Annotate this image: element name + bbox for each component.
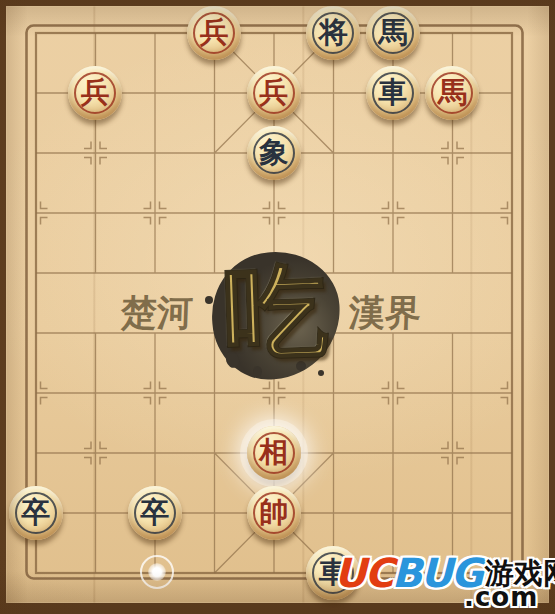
- piece-black-chariot[interactable]: 車: [366, 66, 420, 120]
- xiangqi-game-screen: 楚河 漢界 吃 兵将馬兵兵車馬象相卒卒帥車 UCBUG游戏网 .com: [0, 0, 555, 614]
- logo-com: .com: [464, 584, 538, 610]
- piece-black-horse[interactable]: 馬: [366, 6, 420, 60]
- piece-red-horse[interactable]: 馬: [425, 66, 479, 120]
- piece-glyph: 象: [259, 138, 288, 167]
- logo-uc: UC: [334, 550, 392, 596]
- piece-glyph: 将: [319, 18, 348, 47]
- piece-glyph: 兵: [200, 18, 229, 47]
- piece-red-soldier[interactable]: 兵: [187, 6, 241, 60]
- piece-glyph: 卒: [140, 498, 169, 527]
- pieces-grid: 兵将馬兵兵車馬象相卒卒帥車: [6, 3, 542, 603]
- piece-black-soldier[interactable]: 卒: [128, 486, 182, 540]
- piece-red-soldier[interactable]: 兵: [68, 66, 122, 120]
- piece-black-elephant[interactable]: 象: [247, 126, 301, 180]
- piece-black-soldier[interactable]: 卒: [9, 486, 63, 540]
- piece-glyph: 馬: [438, 78, 467, 107]
- piece-glyph: 卒: [21, 498, 50, 527]
- piece-glyph: 相: [259, 438, 288, 467]
- ucbug-watermark: UCBUG游戏网 .com: [334, 553, 555, 614]
- piece-black-general[interactable]: 将: [306, 6, 360, 60]
- piece-glyph: 車: [378, 78, 407, 107]
- piece-red-elephant[interactable]: 相: [247, 426, 301, 480]
- piece-red-general[interactable]: 帥: [247, 486, 301, 540]
- piece-glyph: 兵: [259, 78, 288, 107]
- piece-glyph: 帥: [259, 498, 288, 527]
- piece-glyph: 兵: [81, 78, 110, 107]
- piece-glyph: 馬: [378, 18, 407, 47]
- piece-red-soldier[interactable]: 兵: [247, 66, 301, 120]
